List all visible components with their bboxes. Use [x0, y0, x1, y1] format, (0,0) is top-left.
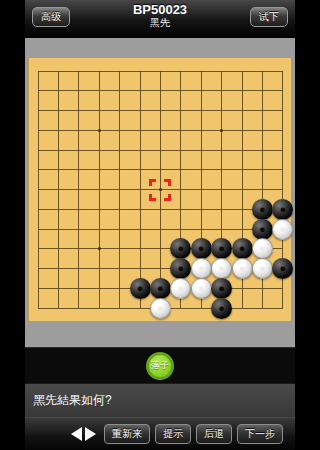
nav-arrows — [71, 427, 96, 441]
stone-black: ● — [252, 199, 273, 220]
action-bar: 落子 — [25, 347, 295, 383]
header: 高级 BP50023 黑先 试下 — [25, 0, 295, 38]
stone-white: ● — [272, 219, 293, 240]
star-point — [220, 129, 223, 132]
star-point — [98, 129, 101, 132]
try-button[interactable]: 试下 — [250, 7, 288, 27]
stone-black: ● — [272, 258, 293, 279]
stone-black: ● — [211, 278, 232, 299]
next-step-button[interactable]: 下一步 — [237, 424, 283, 444]
stone-black: ● — [211, 238, 232, 259]
stone-black: ● — [170, 238, 191, 259]
prev-arrow-icon[interactable] — [71, 427, 82, 441]
place-stone-button[interactable]: 落子 — [146, 352, 174, 380]
message-bar: 黑先結果如何? — [25, 383, 295, 417]
board-frame: ●●●●●●●●●●●●●●●●●●●●●● — [25, 38, 295, 347]
stone-white: ● — [232, 258, 253, 279]
stone-black: ● — [191, 238, 212, 259]
stone-black: ● — [170, 258, 191, 279]
stone-black: ● — [211, 298, 232, 319]
stone-black: ● — [232, 238, 253, 259]
hint-button[interactable]: 提示 — [155, 424, 191, 444]
stone-black: ● — [272, 199, 293, 220]
stone-white: ● — [170, 278, 191, 299]
stone-black: ● — [130, 278, 151, 299]
stone-white: ● — [211, 258, 232, 279]
stone-black: ● — [150, 278, 171, 299]
next-arrow-icon[interactable] — [85, 427, 96, 441]
stone-white: ● — [150, 298, 171, 319]
star-point — [98, 247, 101, 250]
toolbar: 重新来 提示 后退 下一步 — [25, 417, 295, 450]
message-text: 黑先結果如何? — [33, 392, 112, 409]
grid-line — [38, 209, 283, 210]
stone-white: ● — [252, 238, 273, 259]
stone-white: ● — [252, 258, 273, 279]
stone-white: ● — [191, 258, 212, 279]
target-marker — [149, 179, 171, 201]
phone-screen: 高级 BP50023 黑先 试下 ●●●●●●●●●●●●●●●●●●●●●● … — [25, 0, 295, 450]
restart-button[interactable]: 重新来 — [104, 424, 150, 444]
board[interactable]: ●●●●●●●●●●●●●●●●●●●●●● — [28, 57, 292, 322]
stone-white: ● — [191, 278, 212, 299]
stone-black: ● — [252, 219, 273, 240]
grid-line — [38, 229, 283, 230]
undo-button[interactable]: 后退 — [196, 424, 232, 444]
